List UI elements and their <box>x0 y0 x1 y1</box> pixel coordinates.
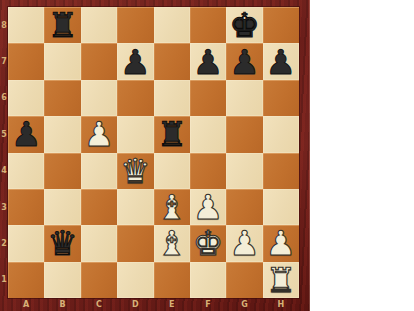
rank-label-2: 2 <box>0 225 8 261</box>
square-d2[interactable] <box>117 225 153 261</box>
square-c3[interactable] <box>81 189 117 225</box>
square-e1[interactable] <box>154 262 190 298</box>
chess-diagram: 87654321 ABCDEFGH ♜♚♟♟♟♟♟♟♜♛♝♟♛♝♚♟♟♜ <box>0 0 414 311</box>
square-d8[interactable] <box>117 7 153 43</box>
square-d1[interactable] <box>117 262 153 298</box>
black-pawn[interactable]: ♟ <box>193 44 223 80</box>
square-h4[interactable] <box>263 153 299 189</box>
square-e4[interactable] <box>154 153 190 189</box>
black-pawn[interactable]: ♟ <box>229 44 259 80</box>
rank-label-7: 7 <box>0 43 8 79</box>
white-king[interactable]: ♚ <box>193 225 223 261</box>
square-h2[interactable]: ♟ <box>263 225 299 261</box>
square-a1[interactable] <box>8 262 44 298</box>
square-b3[interactable] <box>44 189 80 225</box>
square-e7[interactable] <box>154 43 190 79</box>
square-d6[interactable] <box>117 80 153 116</box>
file-label-b: B <box>44 298 80 311</box>
rank-label-5: 5 <box>0 116 8 152</box>
square-c8[interactable] <box>81 7 117 43</box>
square-c5[interactable]: ♟ <box>81 116 117 152</box>
white-bishop[interactable]: ♝ <box>156 225 186 261</box>
white-pawn[interactable]: ♟ <box>84 116 114 152</box>
square-g3[interactable] <box>226 189 262 225</box>
square-f8[interactable] <box>190 7 226 43</box>
square-d7[interactable]: ♟ <box>117 43 153 79</box>
square-d4[interactable]: ♛ <box>117 153 153 189</box>
black-king[interactable]: ♚ <box>229 7 259 43</box>
black-rook[interactable]: ♜ <box>47 7 77 43</box>
rank-label-6: 6 <box>0 80 8 116</box>
square-g6[interactable] <box>226 80 262 116</box>
square-h3[interactable] <box>263 189 299 225</box>
square-c6[interactable] <box>81 80 117 116</box>
black-pawn[interactable]: ♟ <box>11 116 41 152</box>
file-label-f: F <box>190 298 226 311</box>
square-g2[interactable]: ♟ <box>226 225 262 261</box>
square-e6[interactable] <box>154 80 190 116</box>
square-e5[interactable]: ♜ <box>154 116 190 152</box>
white-pawn[interactable]: ♟ <box>266 225 296 261</box>
square-h5[interactable] <box>263 116 299 152</box>
square-a8[interactable] <box>8 7 44 43</box>
white-bishop[interactable]: ♝ <box>156 189 186 225</box>
square-g1[interactable] <box>226 262 262 298</box>
square-e2[interactable]: ♝ <box>154 225 190 261</box>
square-d5[interactable] <box>117 116 153 152</box>
square-b6[interactable] <box>44 80 80 116</box>
rank-label-3: 3 <box>0 189 8 225</box>
rank-label-8: 8 <box>0 7 8 43</box>
black-queen[interactable]: ♛ <box>47 225 77 261</box>
file-label-h: H <box>263 298 299 311</box>
square-b4[interactable] <box>44 153 80 189</box>
white-pawn[interactable]: ♟ <box>193 189 223 225</box>
square-b8[interactable]: ♜ <box>44 7 80 43</box>
rank-label-1: 1 <box>0 262 8 298</box>
square-h8[interactable] <box>263 7 299 43</box>
square-h6[interactable] <box>263 80 299 116</box>
square-a7[interactable] <box>8 43 44 79</box>
square-g5[interactable] <box>226 116 262 152</box>
white-rook[interactable]: ♜ <box>266 262 296 298</box>
square-g4[interactable] <box>226 153 262 189</box>
file-label-g: G <box>226 298 262 311</box>
rank-labels: 87654321 <box>0 7 8 298</box>
square-c7[interactable] <box>81 43 117 79</box>
square-f6[interactable] <box>190 80 226 116</box>
square-f7[interactable]: ♟ <box>190 43 226 79</box>
square-b2[interactable]: ♛ <box>44 225 80 261</box>
square-a5[interactable]: ♟ <box>8 116 44 152</box>
square-a3[interactable] <box>8 189 44 225</box>
square-h1[interactable]: ♜ <box>263 262 299 298</box>
square-a4[interactable] <box>8 153 44 189</box>
square-e3[interactable]: ♝ <box>154 189 190 225</box>
square-d3[interactable] <box>117 189 153 225</box>
square-f5[interactable] <box>190 116 226 152</box>
square-c2[interactable] <box>81 225 117 261</box>
rank-label-4: 4 <box>0 153 8 189</box>
board-grid: ♜♚♟♟♟♟♟♟♜♛♝♟♛♝♚♟♟♜ <box>8 7 299 298</box>
square-g8[interactable]: ♚ <box>226 7 262 43</box>
square-c4[interactable] <box>81 153 117 189</box>
square-e8[interactable] <box>154 7 190 43</box>
square-b5[interactable] <box>44 116 80 152</box>
square-c1[interactable] <box>81 262 117 298</box>
black-pawn[interactable]: ♟ <box>266 44 296 80</box>
square-b7[interactable] <box>44 43 80 79</box>
square-a6[interactable] <box>8 80 44 116</box>
square-f2[interactable]: ♚ <box>190 225 226 261</box>
square-a2[interactable] <box>8 225 44 261</box>
square-f4[interactable] <box>190 153 226 189</box>
file-label-d: D <box>117 298 153 311</box>
white-queen[interactable]: ♛ <box>120 153 150 189</box>
square-b1[interactable] <box>44 262 80 298</box>
file-labels: ABCDEFGH <box>8 298 299 311</box>
file-label-e: E <box>154 298 190 311</box>
white-pawn[interactable]: ♟ <box>229 225 259 261</box>
square-g7[interactable]: ♟ <box>226 43 262 79</box>
file-label-c: C <box>81 298 117 311</box>
square-f1[interactable] <box>190 262 226 298</box>
black-pawn[interactable]: ♟ <box>120 44 150 80</box>
square-f3[interactable]: ♟ <box>190 189 226 225</box>
square-h7[interactable]: ♟ <box>263 43 299 79</box>
black-rook[interactable]: ♜ <box>156 116 186 152</box>
file-label-a: A <box>8 298 44 311</box>
